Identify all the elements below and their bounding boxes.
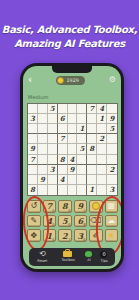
board-cell-r1c4[interactable] — [58, 104, 68, 114]
board-cell-r8c1[interactable] — [28, 175, 38, 185]
app-screen: ‹ 1929 ⚙ Medium 574361915729587843929481… — [23, 66, 121, 269]
digit-key-3[interactable]: 36 — [74, 229, 88, 242]
board-cell-r9c5[interactable] — [68, 185, 78, 195]
board-cell-r6c9[interactable] — [107, 155, 117, 165]
notes-button[interactable]: ✎ — [27, 215, 41, 228]
board-cell-r6c6[interactable] — [77, 155, 87, 165]
digit-remaining-count: 7 — [68, 237, 70, 242]
board-cell-r6c8[interactable] — [97, 155, 107, 165]
digit-remaining-count: 6 — [53, 223, 55, 228]
coin-counter[interactable]: 1929 — [56, 76, 84, 85]
board-cell-r6c1[interactable]: 7 — [28, 155, 38, 165]
board-cell-r1c8[interactable]: 4 — [97, 104, 107, 114]
digit-value: 2 — [62, 231, 68, 241]
eraser-button[interactable]: ⌫ — [89, 215, 103, 228]
digit-remaining-count: 5 — [84, 208, 86, 213]
coin-amount: 1929 — [67, 77, 79, 83]
move-icon: ✥ — [30, 232, 37, 240]
digit-key-4[interactable]: 46 — [43, 215, 57, 228]
undo-button[interactable]: ↺ — [27, 200, 41, 213]
board-cell-r8c7[interactable] — [87, 175, 97, 185]
headline: Basic, Advanced Toolbox, Amazing AI Feat… — [0, 23, 139, 50]
board-cell-r4c3[interactable] — [48, 134, 58, 144]
board-cell-r5c3[interactable] — [48, 144, 58, 154]
board-cell-r4c5[interactable] — [68, 134, 78, 144]
board-cell-r9c2[interactable] — [38, 185, 48, 195]
board-cell-r5c1[interactable]: 9 — [28, 144, 38, 154]
note-toggle-button[interactable]: ✐ — [89, 229, 103, 242]
digit-value: 6 — [77, 216, 83, 226]
board-cell-r6c7[interactable] — [87, 155, 97, 165]
board-cell-r6c4[interactable]: 8 — [58, 155, 68, 165]
digit-remaining-count: 6 — [84, 237, 86, 242]
board-cell-r5c9[interactable] — [107, 144, 117, 154]
digit-remaining-count: 6 — [53, 237, 55, 242]
board-cell-r2c4[interactable]: 6 — [58, 114, 68, 124]
board-cell-r3c9[interactable]: 5 — [107, 124, 117, 134]
board-cell-r3c7[interactable] — [87, 124, 97, 134]
reset-icon: ⟲ — [39, 250, 46, 258]
board-cell-r1c1[interactable] — [28, 104, 38, 114]
board-cell-r2c6[interactable] — [77, 114, 87, 124]
tab-tips[interactable]: 0 Tips — [98, 251, 110, 264]
board-cell-r8c8[interactable] — [97, 175, 107, 185]
headline-line2: Amazing AI Features — [0, 37, 139, 51]
phone-notch — [52, 66, 92, 73]
board-cell-r1c3[interactable]: 5 — [48, 104, 58, 114]
reward-icon: ★ — [108, 232, 115, 240]
coin-icon — [57, 77, 64, 84]
move-button[interactable]: ✥ — [27, 229, 41, 242]
board-cell-r9c7[interactable]: 1 — [87, 185, 97, 195]
back-icon[interactable]: ‹ — [28, 75, 32, 85]
digit-value: 8 — [62, 201, 68, 211]
board-cell-r2c9[interactable]: 9 — [107, 114, 117, 124]
tips-icon: 0 — [100, 251, 107, 258]
auto-note-icon: ▦ — [107, 202, 115, 210]
digit-key-1[interactable]: 16 — [43, 229, 57, 242]
board-cell-r2c1[interactable]: 3 — [28, 114, 38, 124]
hint-button[interactable]: ☁ — [105, 215, 119, 228]
tab-reset[interactable]: ⟲ Reset — [34, 250, 51, 264]
board-cell-r5c7[interactable]: 8 — [87, 144, 97, 154]
board-cell-r1c2[interactable] — [38, 104, 48, 114]
board-cell-r8c4[interactable]: 4 — [58, 175, 68, 185]
app-topbar: ‹ 1929 ⚙ — [28, 74, 116, 86]
board-cell-r4c1[interactable] — [28, 134, 38, 144]
board-cell-r4c7[interactable] — [87, 134, 97, 144]
digit-value: 4 — [46, 216, 52, 226]
board-cell-r3c4[interactable] — [58, 124, 68, 134]
board-cell-r4c9[interactable] — [107, 134, 117, 144]
board-cell-r5c4[interactable] — [58, 144, 68, 154]
sudoku-board: 5743619157295878439294813 — [27, 103, 118, 196]
digit-value: 7 — [46, 201, 52, 211]
board-cell-r3c5[interactable] — [68, 124, 78, 134]
board-cell-r4c2[interactable] — [38, 134, 48, 144]
board-cell-r5c2[interactable] — [38, 144, 48, 154]
tab-reset-label: Reset — [37, 258, 47, 262]
board-cell-r7c3[interactable]: 3 — [48, 165, 58, 175]
gear-icon[interactable]: ⚙ — [109, 76, 116, 84]
digit-remaining-count: 8 — [84, 223, 86, 228]
board-cell-r1c6[interactable] — [77, 104, 87, 114]
digit-key-8[interactable]: 86 — [58, 200, 72, 213]
digit-value: 5 — [62, 216, 68, 226]
board-cell-r2c7[interactable] — [87, 114, 97, 124]
board-cell-r5c6[interactable]: 5 — [77, 144, 87, 154]
tab-ai[interactable]: AI — [85, 251, 92, 263]
board-cell-r7c5[interactable]: 9 — [68, 165, 78, 175]
board-cell-r9c3[interactable] — [48, 185, 58, 195]
board-cell-r9c6[interactable] — [77, 185, 87, 195]
coin-icon — [92, 202, 100, 210]
difficulty-label: Medium — [28, 94, 48, 100]
note-toggle-icon: ✐ — [92, 232, 99, 240]
board-cell-r2c5[interactable] — [68, 114, 78, 124]
toolbox-grid: ↺768695▦✎465668⌫☁✥162736✐★ — [27, 200, 118, 242]
board-cell-r6c2[interactable] — [38, 155, 48, 165]
digit-remaining-count: 6 — [53, 208, 55, 213]
board-cell-r3c1[interactable] — [28, 124, 38, 134]
board-cell-r7c8[interactable] — [97, 165, 107, 175]
digit-value: 1 — [46, 231, 52, 241]
board-cell-r3c8[interactable] — [97, 124, 107, 134]
digit-key-2[interactable]: 27 — [58, 229, 72, 242]
digit-key-5[interactable]: 56 — [58, 215, 72, 228]
tab-toolbox[interactable]: Toolbox — [57, 251, 80, 263]
board-cell-r7c1[interactable] — [28, 165, 38, 175]
board-cell-r4c4[interactable]: 7 — [58, 134, 68, 144]
digit-key-9[interactable]: 95 — [74, 200, 88, 213]
phone-frame: ‹ 1929 ⚙ Medium 574361915729587843929481… — [20, 63, 124, 272]
toolbox-icon — [63, 251, 72, 257]
board-cell-r7c9[interactable]: 2 — [107, 165, 117, 175]
board-cell-r7c2[interactable] — [38, 165, 48, 175]
board-cell-r7c4[interactable] — [58, 165, 68, 175]
auto-note-button[interactable]: ▦ — [105, 200, 119, 213]
tab-tips-label: Tips — [100, 258, 107, 262]
board-cell-r1c5[interactable] — [68, 104, 78, 114]
board-cell-r8c2[interactable]: 9 — [38, 175, 48, 185]
eraser-icon: ⌫ — [90, 217, 101, 225]
headline-line1: Basic, Advanced Toolbox, — [0, 23, 139, 37]
board-cell-r1c7[interactable]: 7 — [87, 104, 97, 114]
digit-remaining-count: 6 — [68, 208, 70, 213]
board-cell-r5c5[interactable] — [68, 144, 78, 154]
ai-icon — [85, 251, 92, 257]
board-cell-r2c3[interactable] — [48, 114, 58, 124]
board-cell-r6c3[interactable] — [48, 155, 58, 165]
board-cell-r7c6[interactable] — [77, 165, 87, 175]
board-cell-r9c4[interactable] — [58, 185, 68, 195]
tab-ai-label: AI — [87, 257, 91, 261]
board-cell-r7c7[interactable] — [87, 165, 97, 175]
digit-value: 3 — [77, 231, 83, 241]
notes-icon: ✎ — [30, 217, 37, 225]
digit-value: 9 — [77, 201, 83, 211]
board-cell-r8c5[interactable] — [68, 175, 78, 185]
hint-icon: ☁ — [107, 217, 115, 225]
board-cell-r4c6[interactable] — [77, 134, 87, 144]
board-cell-r9c9[interactable]: 3 — [107, 185, 117, 195]
undo-icon: ↺ — [30, 202, 37, 210]
marketing-screenshot: Basic, Advanced Toolbox, Amazing AI Feat… — [0, 0, 139, 300]
digit-key-6[interactable]: 68 — [74, 215, 88, 228]
board-cell-r5c8[interactable] — [97, 144, 107, 154]
board-cell-r2c2[interactable] — [38, 114, 48, 124]
board-cell-r3c2[interactable] — [38, 124, 48, 134]
coin-boost-button[interactable] — [89, 200, 103, 213]
board-cell-r8c9[interactable] — [107, 175, 117, 185]
board-cell-r4c8[interactable]: 2 — [97, 134, 107, 144]
digit-key-7[interactable]: 76 — [43, 200, 57, 213]
tab-toolbox-label: Toolbox — [61, 257, 75, 261]
board-cell-r2c8[interactable]: 1 — [97, 114, 107, 124]
reward-button[interactable]: ★ — [105, 229, 119, 242]
board-cell-r9c8[interactable] — [97, 185, 107, 195]
board-cell-r3c6[interactable]: 1 — [77, 124, 87, 134]
board-cell-r1c9[interactable] — [107, 104, 117, 114]
board-cell-r3c3[interactable] — [48, 124, 58, 134]
board-cell-r9c1[interactable]: 8 — [28, 185, 38, 195]
board-cell-r8c3[interactable] — [48, 175, 58, 185]
board-cell-r6c5[interactable]: 4 — [68, 155, 78, 165]
digit-remaining-count: 6 — [68, 223, 70, 228]
board-cell-r8c6[interactable] — [77, 175, 87, 185]
bottom-tabbar: ⟲ Reset Toolbox AI 0 Tips — [29, 248, 115, 266]
